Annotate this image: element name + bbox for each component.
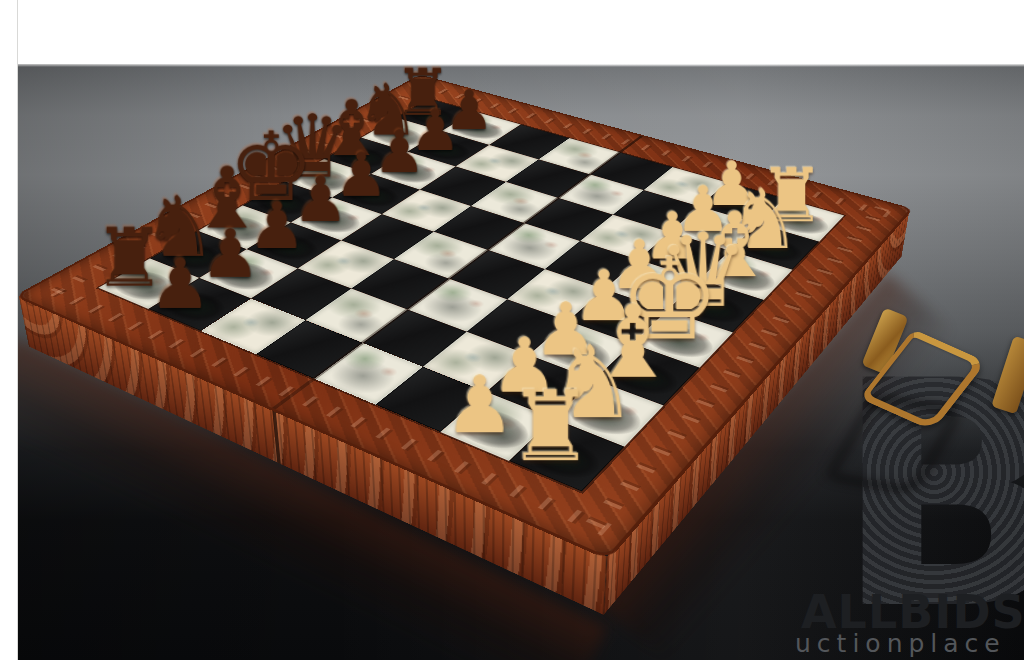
square: ♜	[758, 199, 844, 242]
square	[341, 214, 434, 259]
chess-box: ♜♟♟♜♞♟♟♞♝♟♟♝♛♟♟♛♚♟♟♚♝♟♟♝♞♟♟♞♜♟♟♜	[19, 76, 910, 556]
auction-photo: B ALLBIDS uctionplace ♜♟♟♜♞♟♟♞♝♟♟♝♛♟♟♛♚♟…	[0, 0, 1024, 660]
piece-shadow	[154, 238, 233, 275]
piece-shadow	[732, 231, 810, 267]
piece-shadow	[103, 266, 185, 306]
piece-shadow	[513, 429, 611, 486]
board-face: ♜♟♟♜♞♟♟♞♝♟♟♝♛♟♟♛♚♟♟♚♝♟♟♝♞♟♟♞♜♟♟♜	[19, 76, 910, 556]
square: ♝	[594, 344, 699, 406]
square: ♜	[99, 258, 200, 308]
square	[558, 174, 643, 214]
chess-scene: ♜♟♟♜♞♟♟♞♝♟♟♝♛♟♟♛♚♟♟♚♝♟♟♝♞♟♟♞♜♟♟♜	[0, 0, 1024, 660]
square: ♟	[148, 278, 251, 331]
piece-shadow	[532, 330, 620, 376]
photo-white-edge	[0, 0, 18, 660]
